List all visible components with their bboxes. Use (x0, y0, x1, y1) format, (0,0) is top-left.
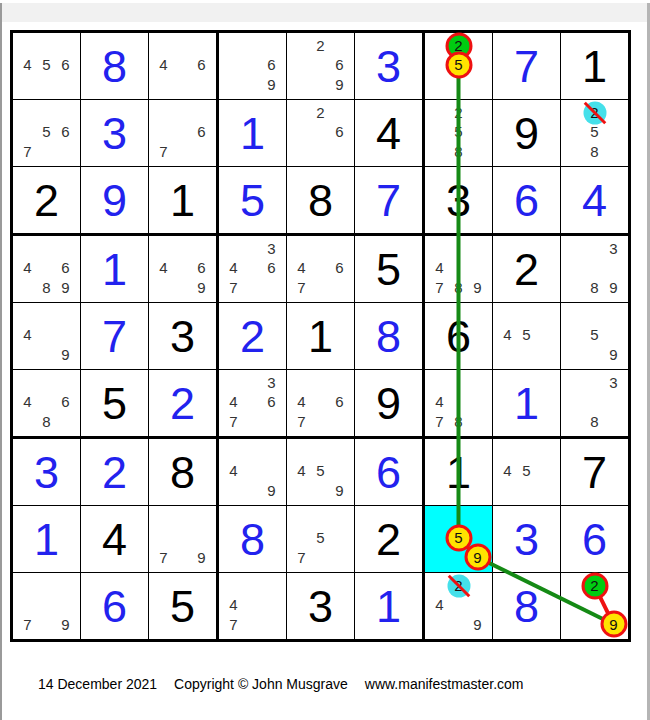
cell-r1c5[interactable]: 269 (287, 33, 355, 100)
eliminated-candidate-2: 2 (585, 103, 604, 122)
cell-r4c9[interactable]: 389 (561, 236, 628, 303)
cell-r6c8[interactable]: 1 (493, 370, 561, 439)
candidate-5: 5 (311, 528, 330, 547)
pencil-marks: 469 (154, 239, 211, 297)
pencil-marks: 26 (292, 103, 349, 161)
cell-r1c4[interactable]: 69 (219, 33, 287, 100)
chain-node-candidate-9: 9 (604, 615, 623, 634)
pencil-marks: 45 (498, 306, 555, 364)
pencil-marks: 456 (18, 36, 75, 94)
cell-r2c9[interactable]: 258 (561, 100, 628, 167)
cell-r3c8[interactable]: 6 (493, 167, 561, 236)
candidate-8: 8 (585, 278, 604, 297)
candidate-5: 5 (449, 122, 468, 141)
candidate-5: 5 (311, 461, 330, 480)
cell-value-given: 8 (287, 167, 354, 233)
cell-value-solved: 2 (81, 439, 148, 505)
candidate-9: 9 (330, 75, 349, 94)
footer: 14 December 2021 Copyright © John Musgra… (38, 676, 524, 692)
cell-r5c9[interactable]: 59 (561, 303, 628, 370)
cell-value-solved: 9 (81, 167, 148, 233)
cell-r1c2[interactable]: 8 (81, 33, 149, 100)
cell-value-given: 6 (425, 303, 492, 369)
cell-r3c2[interactable]: 9 (81, 167, 149, 236)
cell-r7c4[interactable]: 49 (219, 439, 287, 506)
candidate-7: 7 (224, 615, 243, 634)
cell-r3c4[interactable]: 5 (219, 167, 287, 236)
cell-r8c6[interactable]: 2 (355, 506, 425, 573)
candidate-8: 8 (585, 142, 604, 161)
cell-value-solved: 5 (219, 167, 286, 233)
footer-website: www.manifestmaster.com (365, 676, 524, 692)
candidate-4: 4 (430, 595, 449, 614)
cell-r1c3[interactable]: 46 (149, 33, 219, 100)
candidate-9: 9 (262, 75, 281, 94)
cell-r6c1[interactable]: 468 (13, 370, 81, 439)
cell-r7c2[interactable]: 2 (81, 439, 149, 506)
pencil-marks: 467 (292, 373, 349, 431)
cell-value-given: 7 (561, 439, 628, 505)
pencil-marks: 258 (566, 103, 623, 161)
cell-value-solved: 1 (493, 370, 560, 436)
pencil-marks: 3467 (224, 373, 281, 431)
cell-r5c3[interactable]: 3 (149, 303, 219, 370)
cell-r3c3[interactable]: 1 (149, 167, 219, 236)
cell-value-solved: 1 (355, 573, 422, 639)
cell-r2c7[interactable]: 258 (425, 100, 493, 167)
top-chrome-band (0, 3, 650, 22)
pencil-marks: 249 (430, 576, 487, 634)
cell-value-solved: 7 (81, 303, 148, 369)
cell-r3c5[interactable]: 8 (287, 167, 355, 236)
cell-r4c5[interactable]: 467 (287, 236, 355, 303)
pencil-marks: 45 (498, 442, 555, 500)
pencil-marks: 3467 (224, 239, 281, 297)
candidate-6: 6 (262, 55, 281, 74)
candidate-4: 4 (18, 55, 37, 74)
pencil-marks: 69 (224, 36, 281, 94)
candidate-5: 5 (517, 325, 536, 344)
cell-r8c3[interactable]: 79 (149, 506, 219, 573)
candidate-6: 6 (330, 55, 349, 74)
candidate-6: 6 (56, 258, 75, 277)
cell-r2c1[interactable]: 567 (13, 100, 81, 167)
cell-value-solved: 6 (561, 506, 628, 572)
candidate-7: 7 (224, 278, 243, 297)
candidate-4: 4 (498, 461, 517, 480)
candidate-4: 4 (154, 258, 173, 277)
chain-node-candidate-9: 9 (468, 548, 487, 567)
cell-r3c6[interactable]: 7 (355, 167, 425, 236)
cell-value-solved: 3 (13, 439, 80, 505)
pencil-marks: 79 (154, 509, 211, 567)
candidate-4: 4 (224, 258, 243, 277)
candidate-4: 4 (154, 55, 173, 74)
cell-r9c6[interactable]: 1 (355, 573, 425, 639)
cell-r2c6[interactable]: 4 (355, 100, 425, 167)
candidate-8: 8 (37, 278, 56, 297)
candidate-4: 4 (224, 595, 243, 614)
candidate-7: 7 (154, 142, 173, 161)
candidate-9: 9 (56, 615, 75, 634)
candidate-6: 6 (56, 55, 75, 74)
candidate-7: 7 (292, 548, 311, 567)
cell-value-solved: 1 (219, 100, 286, 166)
cell-value-solved: 6 (81, 573, 148, 639)
candidate-7: 7 (154, 548, 173, 567)
cell-value-solved: 3 (81, 100, 148, 166)
cell-r7c3[interactable]: 8 (149, 439, 219, 506)
cell-value-given: 2 (355, 506, 422, 572)
pencil-marks: 567 (18, 103, 75, 161)
candidate-9: 9 (262, 481, 281, 500)
cell-r6c6[interactable]: 9 (355, 370, 425, 439)
cell-value-given: 9 (493, 100, 560, 166)
candidate-7: 7 (18, 615, 37, 634)
cell-value-given: 3 (149, 303, 216, 369)
candidate-4: 4 (430, 392, 449, 411)
cell-r8c5[interactable]: 57 (287, 506, 355, 573)
candidate-7: 7 (292, 278, 311, 297)
candidate-7: 7 (292, 412, 311, 431)
cell-value-solved: 3 (493, 506, 560, 572)
cell-value-solved: 2 (149, 370, 216, 436)
candidate-9: 9 (604, 345, 623, 364)
cell-r9c9[interactable]: 29 (561, 573, 628, 639)
candidate-5: 5 (37, 122, 56, 141)
candidate-8: 8 (449, 412, 468, 431)
candidate-6: 6 (56, 122, 75, 141)
cell-r3c9[interactable]: 4 (561, 167, 628, 236)
candidate-6: 6 (192, 258, 211, 277)
sudoku-board: 4568466926932571567367126425892582915873… (10, 30, 631, 642)
candidate-8: 8 (585, 412, 604, 431)
cell-value-given: 8 (149, 439, 216, 505)
cell-r4c3[interactable]: 469 (149, 236, 219, 303)
cell-r9c8[interactable]: 8 (493, 573, 561, 639)
candidate-5: 5 (585, 122, 604, 141)
candidate-8: 8 (449, 278, 468, 297)
pencil-marks: 25 (430, 36, 487, 94)
pencil-marks: 49 (224, 442, 281, 500)
cell-r4c8[interactable]: 2 (493, 236, 561, 303)
cell-value-solved: 6 (355, 439, 422, 505)
cell-value-solved: 6 (493, 167, 560, 233)
candidate-4: 4 (18, 258, 37, 277)
pencil-marks: 47 (224, 576, 281, 634)
candidate-8: 8 (449, 142, 468, 161)
cell-r7c1[interactable]: 3 (13, 439, 81, 506)
pencil-marks: 29 (566, 576, 623, 634)
cell-value-solved: 1 (81, 236, 148, 302)
cell-r5c8[interactable]: 45 (493, 303, 561, 370)
cell-r5c6[interactable]: 8 (355, 303, 425, 370)
left-edge-border (0, 3, 2, 720)
pencil-marks: 38 (566, 373, 623, 431)
candidate-6: 6 (192, 122, 211, 141)
cell-value-given: 1 (287, 303, 354, 369)
cell-r2c4[interactable]: 1 (219, 100, 287, 167)
cell-r2c2[interactable]: 3 (81, 100, 149, 167)
cell-value-solved: 1 (13, 506, 80, 572)
cell-value-solved: 8 (493, 573, 560, 639)
cell-r5c1[interactable]: 49 (13, 303, 81, 370)
candidate-9: 9 (56, 345, 75, 364)
candidate-2: 2 (311, 103, 330, 122)
cell-r1c8[interactable]: 7 (493, 33, 561, 100)
pencil-marks: 389 (566, 239, 623, 297)
candidate-6: 6 (330, 258, 349, 277)
cell-r7c7[interactable]: 1 (425, 439, 493, 506)
candidate-4: 4 (292, 258, 311, 277)
cell-value-solved: 3 (355, 33, 422, 99)
candidate-5: 5 (517, 461, 536, 480)
footer-date: 14 December 2021 (38, 676, 157, 692)
candidate-6: 6 (192, 55, 211, 74)
pencil-marks: 459 (292, 442, 349, 500)
candidate-5: 5 (37, 55, 56, 74)
candidate-4: 4 (18, 325, 37, 344)
candidate-3: 3 (262, 239, 281, 258)
cell-r1c1[interactable]: 456 (13, 33, 81, 100)
candidate-8: 8 (37, 412, 56, 431)
candidate-9: 9 (468, 278, 487, 297)
candidate-4: 4 (292, 392, 311, 411)
cell-r9c3[interactable]: 5 (149, 573, 219, 639)
pencil-marks: 57 (292, 509, 349, 567)
cell-value-solved: 8 (219, 506, 286, 572)
cell-value-solved: 8 (355, 303, 422, 369)
cell-r4c2[interactable]: 1 (81, 236, 149, 303)
cell-r5c7[interactable]: 6 (425, 303, 493, 370)
candidate-9: 9 (468, 615, 487, 634)
candidate-4: 4 (430, 258, 449, 277)
cell-r2c5[interactable]: 26 (287, 100, 355, 167)
cell-r9c4[interactable]: 47 (219, 573, 287, 639)
candidate-4: 4 (224, 461, 243, 480)
candidate-7: 7 (224, 412, 243, 431)
candidate-3: 3 (604, 373, 623, 392)
cell-value-given: 4 (81, 506, 148, 572)
candidate-6: 6 (262, 258, 281, 277)
candidate-4: 4 (292, 461, 311, 480)
pencil-marks: 4689 (18, 239, 75, 297)
cell-value-solved: 8 (81, 33, 148, 99)
cell-value-solved: 2 (219, 303, 286, 369)
pencil-marks: 46 (154, 36, 211, 94)
cell-r3c7[interactable]: 3 (425, 167, 493, 236)
candidate-4: 4 (18, 392, 37, 411)
cell-value-given: 3 (425, 167, 492, 233)
pencil-marks: 478 (430, 373, 487, 431)
cell-value-given: 1 (425, 439, 492, 505)
cell-r6c5[interactable]: 467 (287, 370, 355, 439)
candidate-3: 3 (262, 373, 281, 392)
candidate-7: 7 (18, 142, 37, 161)
cell-r6c2[interactable]: 5 (81, 370, 149, 439)
cell-r6c4[interactable]: 3467 (219, 370, 287, 439)
candidate-7: 7 (430, 412, 449, 431)
candidate-4: 4 (498, 325, 517, 344)
cell-value-solved: 4 (561, 167, 628, 233)
footer-copyright: Copyright © John Musgrave (174, 676, 348, 692)
chain-node-candidate-5: 5 (449, 55, 468, 74)
cell-value-given: 5 (149, 573, 216, 639)
candidate-3: 3 (604, 239, 623, 258)
cell-value-given: 5 (81, 370, 148, 436)
candidate-9: 9 (330, 481, 349, 500)
cell-r1c7[interactable]: 25 (425, 33, 493, 100)
cell-r4c7[interactable]: 4789 (425, 236, 493, 303)
cell-r7c9[interactable]: 7 (561, 439, 628, 506)
cell-r7c6[interactable]: 6 (355, 439, 425, 506)
cell-value-given: 5 (355, 236, 422, 302)
candidate-9: 9 (604, 278, 623, 297)
pencil-marks: 59 (430, 509, 487, 567)
candidate-9: 9 (192, 278, 211, 297)
pencil-marks: 468 (18, 373, 75, 431)
cell-r8c1[interactable]: 1 (13, 506, 81, 573)
cell-r6c7[interactable]: 478 (425, 370, 493, 439)
cell-r3c1[interactable]: 2 (13, 167, 81, 236)
chain-node-candidate-2: 2 (585, 576, 604, 595)
pencil-marks: 49 (18, 306, 75, 364)
candidate-6: 6 (330, 392, 349, 411)
candidate-6: 6 (56, 392, 75, 411)
pencil-marks: 79 (18, 576, 75, 634)
pencil-marks: 67 (154, 103, 211, 161)
cell-r1c9[interactable]: 1 (561, 33, 628, 100)
candidate-5: 5 (585, 325, 604, 344)
cell-r2c3[interactable]: 67 (149, 100, 219, 167)
cell-r8c7[interactable]: 59 (425, 506, 493, 573)
cell-r7c8[interactable]: 45 (493, 439, 561, 506)
cell-r4c4[interactable]: 3467 (219, 236, 287, 303)
cell-r8c9[interactable]: 6 (561, 506, 628, 573)
cell-r8c2[interactable]: 4 (81, 506, 149, 573)
cell-r8c4[interactable]: 8 (219, 506, 287, 573)
candidate-6: 6 (262, 392, 281, 411)
candidate-9: 9 (192, 548, 211, 567)
candidate-4: 4 (224, 392, 243, 411)
candidate-2: 2 (449, 103, 468, 122)
cell-r9c5[interactable]: 3 (287, 573, 355, 639)
cell-r4c6[interactable]: 5 (355, 236, 425, 303)
cell-r8c8[interactable]: 3 (493, 506, 561, 573)
candidate-2: 2 (311, 36, 330, 55)
cell-r9c1[interactable]: 79 (13, 573, 81, 639)
cell-value-solved: 7 (493, 33, 560, 99)
candidate-7: 7 (430, 278, 449, 297)
pencil-marks: 269 (292, 36, 349, 94)
cell-r4c1[interactable]: 4689 (13, 236, 81, 303)
cell-value-solved: 7 (355, 167, 422, 233)
candidate-9: 9 (56, 278, 75, 297)
cell-value-given: 1 (149, 167, 216, 233)
cell-r5c2[interactable]: 7 (81, 303, 149, 370)
pencil-marks: 258 (430, 103, 487, 161)
cell-value-given: 2 (13, 167, 80, 233)
cell-r2c8[interactable]: 9 (493, 100, 561, 167)
pencil-marks: 467 (292, 239, 349, 297)
cell-value-given: 4 (355, 100, 422, 166)
cell-value-given: 9 (355, 370, 422, 436)
cell-r9c2[interactable]: 6 (81, 573, 149, 639)
chain-node-candidate-5: 5 (449, 528, 468, 547)
cell-value-given: 3 (287, 573, 354, 639)
pencil-marks: 59 (566, 306, 623, 364)
cell-r5c5[interactable]: 1 (287, 303, 355, 370)
cell-value-given: 2 (493, 236, 560, 302)
cell-r5c4[interactable]: 2 (219, 303, 287, 370)
cell-r1c6[interactable]: 3 (355, 33, 425, 100)
candidate-6: 6 (330, 122, 349, 141)
eliminated-candidate-2: 2 (449, 576, 468, 595)
pencil-marks: 4789 (430, 239, 487, 297)
cell-r6c3[interactable]: 2 (149, 370, 219, 439)
cell-r6c9[interactable]: 38 (561, 370, 628, 439)
cell-r9c7[interactable]: 249 (425, 573, 493, 639)
cell-r7c5[interactable]: 459 (287, 439, 355, 506)
cell-value-given: 1 (561, 33, 628, 99)
